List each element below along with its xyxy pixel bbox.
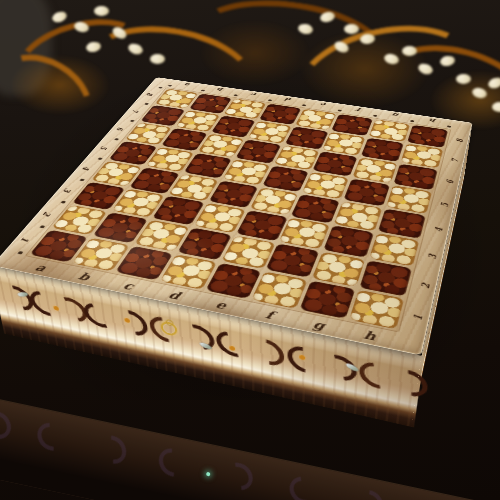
scroll-ornament [153, 443, 192, 483]
square-d3[interactable] [193, 203, 245, 233]
scroll-ornament [144, 312, 187, 347]
scroll-ornament [81, 298, 120, 333]
border-pin-dot [145, 103, 150, 105]
cream-stone [344, 24, 359, 34]
border-pin-dot [80, 178, 85, 181]
border-pin-dot [447, 125, 451, 127]
photo-stage: abcdefgh abcdefgh 87654321 87654321 [0, 0, 500, 500]
square-g4[interactable] [334, 201, 382, 231]
lock-glint-icon [206, 471, 211, 476]
border-pin-dot [17, 251, 23, 254]
square-g5[interactable] [344, 178, 390, 206]
carved-base-band [0, 392, 500, 500]
square-f5[interactable] [302, 172, 349, 199]
cream-stone [51, 10, 69, 25]
square-a2[interactable] [51, 205, 107, 235]
scroll-ornament [111, 305, 153, 340]
border-pin-dot [98, 157, 103, 160]
coord-label: 1 [0, 231, 49, 249]
square-c2[interactable] [134, 220, 189, 252]
border-pin-dot [60, 201, 66, 204]
square-h3[interactable] [369, 233, 419, 266]
border-pin-dot [337, 109, 341, 111]
border-pin-dot [200, 89, 204, 91]
square-h2[interactable] [360, 261, 412, 297]
square-h5[interactable] [386, 185, 432, 213]
border-pin-dot [302, 104, 306, 106]
scroll-ornament [350, 485, 389, 500]
square-e2[interactable] [221, 236, 275, 269]
scroll-ornament [92, 430, 131, 470]
square-h4[interactable] [378, 208, 426, 239]
square-a1[interactable] [29, 230, 88, 263]
square-d2[interactable] [177, 228, 232, 261]
scroll-ornament [284, 471, 324, 500]
square-g2[interactable] [312, 252, 365, 287]
square-h6[interactable] [394, 164, 438, 190]
square-c1[interactable] [115, 246, 173, 280]
square-f1[interactable] [252, 272, 308, 309]
scroll-ornament [218, 457, 258, 496]
scroll-ornament [211, 327, 255, 363]
border-pin-dot [130, 120, 135, 122]
square-e5[interactable] [262, 165, 309, 191]
square-g1[interactable] [300, 281, 356, 319]
scroll-ornament [0, 406, 17, 445]
square-g3[interactable] [324, 226, 375, 258]
square-d1[interactable] [159, 254, 216, 289]
square-b2[interactable] [92, 212, 147, 243]
square-e1[interactable] [205, 263, 262, 299]
border-pin-dot [267, 99, 271, 101]
cream-stone [492, 102, 500, 112]
border-pin-dot [40, 225, 46, 228]
border-pin-dot [158, 87, 162, 89]
square-f4[interactable] [291, 194, 340, 223]
border-pin-dot [410, 120, 414, 122]
border-pin-dot [168, 85, 172, 87]
square-h1[interactable] [349, 290, 404, 329]
scroll-ornament [245, 334, 290, 369]
square-b1[interactable] [72, 238, 130, 272]
border-pin-dot [114, 138, 119, 140]
square-f2[interactable] [266, 244, 320, 278]
square-e4[interactable] [249, 187, 298, 216]
square-b3[interactable] [111, 189, 164, 218]
cream-stone [402, 46, 417, 56]
border-pin-dot [234, 94, 238, 96]
square-f3[interactable] [279, 218, 330, 250]
scroll-ornament [178, 319, 221, 355]
border-pin-dot [373, 115, 377, 117]
square-e3[interactable] [236, 210, 288, 241]
cream-stone [94, 6, 109, 16]
scroll-ornament [32, 417, 72, 456]
square-a3[interactable] [72, 182, 125, 210]
square-c3[interactable] [152, 196, 205, 225]
